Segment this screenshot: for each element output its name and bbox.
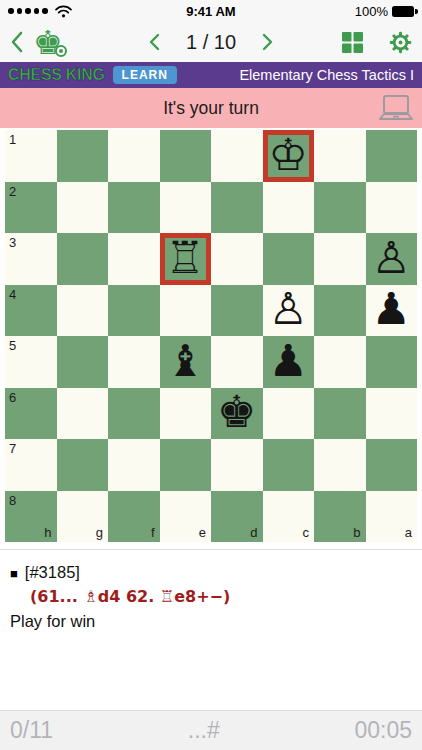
square-h4[interactable]: 4 — [5, 285, 57, 337]
square-b1[interactable] — [314, 130, 366, 182]
square-g5[interactable] — [57, 336, 109, 388]
square-h7[interactable]: 7 — [5, 439, 57, 491]
rank-label-8: 8 — [9, 493, 16, 508]
square-b8[interactable]: b — [314, 491, 366, 543]
square-h8[interactable]: 8h — [5, 491, 57, 543]
square-f7[interactable] — [108, 439, 160, 491]
square-h6[interactable]: 6 — [5, 388, 57, 440]
square-e5[interactable]: ♝ — [160, 336, 212, 388]
file-label-f: f — [151, 525, 155, 540]
square-e2[interactable] — [160, 182, 212, 234]
signal-dot — [34, 8, 40, 14]
square-f6[interactable] — [108, 388, 160, 440]
score-counter: 0/11 — [10, 717, 53, 744]
square-d5[interactable] — [211, 336, 263, 388]
black-king-d6[interactable]: ♚ — [211, 388, 263, 440]
course-title: Elementary Chess Tactics I — [239, 67, 414, 83]
square-c6[interactable] — [263, 388, 315, 440]
settings-gear-button[interactable] — [389, 31, 412, 54]
turn-message: It's your turn — [163, 98, 259, 119]
square-h3[interactable]: 3 — [5, 233, 57, 285]
square-f1[interactable] — [108, 130, 160, 182]
square-f2[interactable] — [108, 182, 160, 234]
square-b6[interactable] — [314, 388, 366, 440]
square-b7[interactable] — [314, 439, 366, 491]
square-f3[interactable] — [108, 233, 160, 285]
signal-dot — [42, 8, 48, 14]
square-d2[interactable] — [211, 182, 263, 234]
logo-badge-icon — [55, 45, 67, 57]
next-puzzle-button[interactable] — [262, 33, 273, 51]
square-d3[interactable] — [211, 233, 263, 285]
square-c3[interactable] — [263, 233, 315, 285]
square-g3[interactable] — [57, 233, 109, 285]
annotation-block: ■[#3185] (61... ♗d4 62. ♖e8+−) Play for … — [10, 560, 412, 634]
black-bishop-e5[interactable]: ♝ — [160, 336, 212, 388]
previous-puzzle-button[interactable] — [149, 33, 160, 51]
square-h5[interactable]: 5 — [5, 336, 57, 388]
white-rook-e3[interactable]: ♖ — [160, 233, 212, 285]
puzzle-id: [#3185] — [25, 563, 80, 581]
rank-label-3: 3 — [9, 235, 16, 250]
brand-bar: CHESS KING LEARN Elementary Chess Tactic… — [0, 62, 422, 88]
rank-label-4: 4 — [9, 287, 16, 302]
square-g1[interactable] — [57, 130, 109, 182]
computer-opponent-icon — [378, 94, 414, 126]
app-screen: 9:41 AM 100% ♚ 1 / 10 — [0, 0, 422, 750]
status-bar: 9:41 AM 100% — [0, 0, 422, 22]
square-e3[interactable]: ♖ — [160, 233, 212, 285]
black-to-move-marker: ■ — [10, 566, 18, 581]
square-f5[interactable] — [108, 336, 160, 388]
square-c4[interactable]: ♙ — [263, 285, 315, 337]
square-g6[interactable] — [57, 388, 109, 440]
chess-king-wordmark: CHESS KING — [8, 66, 105, 84]
white-king-c1[interactable]: ♔ — [263, 130, 315, 182]
signal-dot — [8, 8, 14, 14]
square-f8[interactable]: f — [108, 491, 160, 543]
elapsed-timer: 00:05 — [354, 717, 412, 744]
square-a5[interactable] — [366, 336, 418, 388]
white-pawn-c4[interactable]: ♙ — [263, 285, 315, 337]
square-c2[interactable] — [263, 182, 315, 234]
rank-label-2: 2 — [9, 184, 16, 199]
square-a7[interactable] — [366, 439, 418, 491]
square-g4[interactable] — [57, 285, 109, 337]
rank-label-1: 1 — [9, 132, 16, 147]
bottom-toolbar: 0/11 ...# 00:05 — [0, 710, 422, 750]
battery-icon — [392, 6, 414, 17]
file-label-e: e — [199, 525, 206, 540]
square-e7[interactable] — [160, 439, 212, 491]
square-g2[interactable] — [57, 182, 109, 234]
rank-label-7: 7 — [9, 441, 16, 456]
square-g8[interactable]: g — [57, 491, 109, 543]
puzzle-grid-button[interactable] — [342, 32, 363, 53]
square-c7[interactable] — [263, 439, 315, 491]
puzzle-id-line: ■[#3185] — [10, 560, 412, 585]
square-a1[interactable] — [366, 130, 418, 182]
chess-king-logo-icon[interactable]: ♚ — [33, 26, 63, 59]
navigation-bar: ♚ 1 / 10 — [0, 22, 422, 62]
square-h2[interactable]: 2 — [5, 182, 57, 234]
square-a4[interactable]: ♟ — [366, 285, 418, 337]
file-label-d: d — [250, 525, 257, 540]
square-e8[interactable]: e — [160, 491, 212, 543]
file-label-b: b — [353, 525, 360, 540]
separator-line — [0, 549, 422, 550]
square-a2[interactable] — [366, 182, 418, 234]
square-f4[interactable] — [108, 285, 160, 337]
wifi-icon — [55, 5, 72, 18]
square-d4[interactable] — [211, 285, 263, 337]
square-c1[interactable]: ♔ — [263, 130, 315, 182]
square-b3[interactable] — [314, 233, 366, 285]
puzzle-page-indicator: 1 / 10 — [186, 31, 236, 54]
square-b5[interactable] — [314, 336, 366, 388]
square-b2[interactable] — [314, 182, 366, 234]
square-d8[interactable]: d — [211, 491, 263, 543]
square-g7[interactable] — [57, 439, 109, 491]
black-pawn-a4[interactable]: ♟ — [366, 285, 418, 337]
square-d6[interactable]: ♚ — [211, 388, 263, 440]
square-d1[interactable] — [211, 130, 263, 182]
clock-time: 9:41 AM — [128, 4, 294, 19]
signal-dot — [25, 8, 31, 14]
learn-badge: LEARN — [113, 66, 177, 84]
rank-label-6: 6 — [9, 390, 16, 405]
back-button[interactable] — [10, 31, 23, 53]
goal-indicator: ...# — [188, 717, 220, 744]
square-b4[interactable] — [314, 285, 366, 337]
solution-variation: (61... ♗d4 62. ♖e8+−) — [10, 585, 412, 609]
file-label-h: h — [44, 525, 51, 540]
square-c8[interactable]: c — [263, 491, 315, 543]
battery-percent: 100% — [355, 4, 388, 19]
file-label-c: c — [303, 525, 310, 540]
square-h1[interactable]: 1 — [5, 130, 57, 182]
black-pawn-c5[interactable]: ♟ — [263, 336, 315, 388]
square-e1[interactable] — [160, 130, 212, 182]
turn-banner: It's your turn — [0, 88, 422, 128]
file-label-g: g — [96, 525, 103, 540]
puzzle-goal: Play for win — [10, 609, 412, 634]
square-a3[interactable]: ♙ — [366, 233, 418, 285]
signal-dot — [17, 8, 23, 14]
square-a8[interactable]: a — [366, 491, 418, 543]
rank-label-5: 5 — [9, 338, 16, 353]
square-e6[interactable] — [160, 388, 212, 440]
white-pawn-a3[interactable]: ♙ — [366, 233, 418, 285]
square-d7[interactable] — [211, 439, 263, 491]
square-a6[interactable] — [366, 388, 418, 440]
chess-board: 1♔23♖♙4♙♟5♝♟6♚78hgfedcba — [5, 130, 417, 542]
square-e4[interactable] — [160, 285, 212, 337]
file-label-a: a — [405, 525, 412, 540]
square-c5[interactable]: ♟ — [263, 336, 315, 388]
